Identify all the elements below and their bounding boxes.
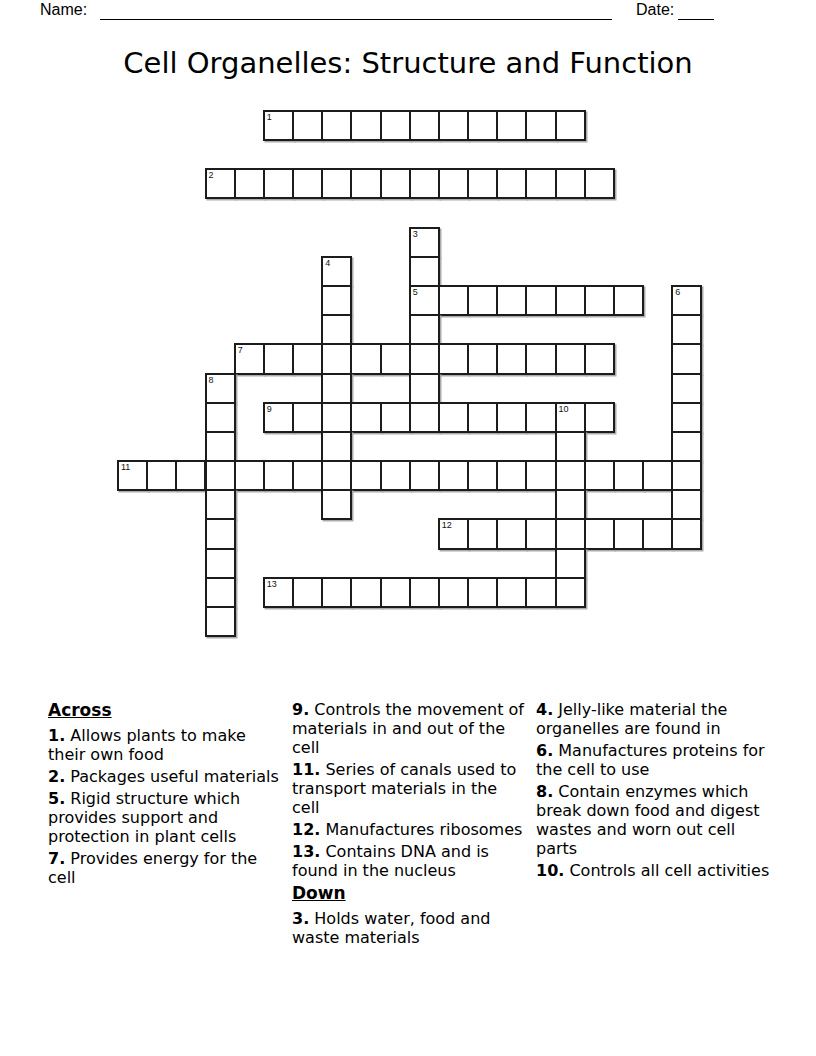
grid-cell[interactable]: [234, 168, 265, 199]
grid-cell[interactable]: [525, 460, 556, 491]
grid-cell[interactable]: [263, 168, 294, 199]
grid-cell[interactable]: [584, 518, 615, 549]
grid-cell[interactable]: [380, 577, 411, 608]
grid-cell[interactable]: [350, 110, 381, 141]
across-heading: Across: [48, 700, 285, 720]
down-clue-8: 8. Contain enzymes which break down food…: [536, 782, 773, 858]
grid-cell[interactable]: [555, 518, 586, 549]
grid-cell[interactable]: 10: [555, 402, 586, 433]
grid-cell[interactable]: [380, 402, 411, 433]
clue-number: 10: [559, 404, 569, 414]
clue-number: 6: [675, 287, 680, 297]
grid-cell[interactable]: [555, 285, 586, 316]
grid-cell[interactable]: [438, 343, 469, 374]
grid-cell[interactable]: 9: [263, 402, 294, 433]
grid-cell[interactable]: [467, 460, 498, 491]
grid-cell[interactable]: [438, 577, 469, 608]
grid-cell[interactable]: 13: [263, 577, 294, 608]
grid-cell[interactable]: [380, 343, 411, 374]
across-clue-7: 7. Provides energy for the cell: [48, 849, 285, 887]
grid-cell[interactable]: [292, 460, 323, 491]
grid-cell[interactable]: [496, 460, 527, 491]
grid-cell[interactable]: [467, 343, 498, 374]
grid-cell[interactable]: [175, 460, 206, 491]
grid-cell[interactable]: 4: [321, 256, 352, 287]
grid-cell[interactable]: [525, 518, 556, 549]
grid-cell[interactable]: [613, 285, 644, 316]
clue-number: 4: [325, 258, 330, 268]
name-label: Name:: [40, 1, 87, 19]
grid-cell[interactable]: [321, 402, 352, 433]
grid-cell[interactable]: [350, 343, 381, 374]
grid-cell[interactable]: [321, 110, 352, 141]
grid-cell[interactable]: [467, 168, 498, 199]
grid-cell[interactable]: 6: [671, 285, 702, 316]
grid-cell[interactable]: [380, 110, 411, 141]
grid-cell[interactable]: [671, 373, 702, 404]
grid-cell[interactable]: [409, 577, 440, 608]
grid-cell[interactable]: [438, 402, 469, 433]
grid-cell[interactable]: 8: [205, 373, 236, 404]
grid-cell[interactable]: [525, 402, 556, 433]
grid-cell[interactable]: [146, 460, 177, 491]
grid-cell[interactable]: [613, 518, 644, 549]
grid-cell[interactable]: [671, 518, 702, 549]
grid-cell[interactable]: [584, 285, 615, 316]
grid-cell[interactable]: [671, 402, 702, 433]
grid-cell[interactable]: [467, 110, 498, 141]
grid-cell[interactable]: [409, 343, 440, 374]
across-clue-11: 11. Series of canals used to transport m…: [292, 760, 529, 817]
grid-cell[interactable]: 3: [409, 227, 440, 258]
grid-cell[interactable]: [584, 402, 615, 433]
grid-cell[interactable]: [205, 489, 236, 520]
grid-cell[interactable]: [555, 431, 586, 462]
grid-cell[interactable]: [671, 460, 702, 491]
grid-cell[interactable]: [496, 577, 527, 608]
clue-number: 11: [121, 462, 130, 472]
across-clue-12: 12. Manufactures ribosomes: [292, 820, 529, 839]
grid-cell[interactable]: [496, 402, 527, 433]
grid-cell[interactable]: [380, 168, 411, 199]
clue-number: 1: [267, 112, 272, 122]
grid-cell[interactable]: [584, 343, 615, 374]
clue-number: 3: [413, 229, 418, 239]
grid-cell[interactable]: [409, 110, 440, 141]
grid-cell[interactable]: [613, 460, 644, 491]
grid-cell[interactable]: 11: [117, 460, 148, 491]
grid-cell[interactable]: [321, 431, 352, 462]
clue-number: 9: [267, 404, 272, 414]
worksheet-page: Name: Date: Cell Organelles: Structure a…: [0, 0, 816, 1056]
date-blank-line[interactable]: [678, 1, 714, 20]
grid-cell[interactable]: [525, 110, 556, 141]
clue-number: 8: [209, 375, 214, 385]
grid-cell[interactable]: [467, 285, 498, 316]
grid-cell[interactable]: [292, 168, 323, 199]
grid-cell[interactable]: [321, 373, 352, 404]
grid-cell[interactable]: [205, 548, 236, 579]
grid-cell[interactable]: [234, 460, 265, 491]
date-label: Date:: [636, 1, 674, 19]
grid-cell[interactable]: [438, 460, 469, 491]
grid-cell[interactable]: [321, 343, 352, 374]
grid-cell[interactable]: [292, 577, 323, 608]
grid-cell[interactable]: [584, 168, 615, 199]
grid-cell[interactable]: [467, 518, 498, 549]
grid-cell[interactable]: 12: [438, 518, 469, 549]
grid-cell[interactable]: [350, 460, 381, 491]
grid-cell[interactable]: [263, 460, 294, 491]
across-clue-1: 1. Allows plants to make their own food: [48, 726, 285, 764]
grid-cell[interactable]: [496, 285, 527, 316]
clue-number: 2: [209, 170, 214, 180]
name-blank-line[interactable]: [100, 1, 612, 20]
grid-cell[interactable]: [321, 314, 352, 345]
grid-cell[interactable]: [409, 314, 440, 345]
grid-cell[interactable]: [409, 460, 440, 491]
grid-cell[interactable]: [671, 489, 702, 520]
grid-cell[interactable]: [584, 460, 615, 491]
down-clue-10: 10. Controls all cell activities: [536, 861, 773, 880]
grid-cell[interactable]: [671, 314, 702, 345]
across-clue-5: 5. Rigid structure which provides suppor…: [48, 789, 285, 846]
grid-cell[interactable]: [409, 168, 440, 199]
grid-cell[interactable]: [438, 168, 469, 199]
clue-number: 5: [413, 287, 418, 297]
grid-cell[interactable]: [321, 168, 352, 199]
grid-cell[interactable]: [292, 402, 323, 433]
grid-cell[interactable]: [263, 343, 294, 374]
grid-cell[interactable]: [380, 460, 411, 491]
clues-section: Across1. Allows plants to make their own…: [48, 700, 774, 950]
down-clue-3: 3. Holds water, food and waste materials: [292, 909, 529, 947]
grid-cell[interactable]: 2: [205, 168, 236, 199]
grid-cell[interactable]: [438, 110, 469, 141]
clue-number: 13: [267, 579, 277, 589]
clue-column: 4. Jelly-like material the organelles ar…: [536, 700, 773, 950]
grid-cell[interactable]: 7: [234, 343, 265, 374]
grid-cell[interactable]: [525, 343, 556, 374]
grid-cell[interactable]: 1: [263, 110, 294, 141]
grid-cell[interactable]: [671, 431, 702, 462]
grid-cell[interactable]: [555, 168, 586, 199]
grid-cell[interactable]: [671, 343, 702, 374]
grid-cell[interactable]: [525, 168, 556, 199]
grid-cell[interactable]: [321, 285, 352, 316]
page-title: Cell Organelles: Structure and Function: [0, 47, 816, 80]
grid-cell[interactable]: [525, 285, 556, 316]
grid-cell[interactable]: [350, 168, 381, 199]
grid-cell[interactable]: 5: [409, 285, 440, 316]
down-clue-6: 6. Manufactures proteins for the cell to…: [536, 741, 773, 779]
grid-cell[interactable]: [496, 110, 527, 141]
clue-number: 12: [442, 520, 452, 530]
grid-cell[interactable]: [205, 460, 236, 491]
grid-cell[interactable]: [467, 402, 498, 433]
grid-cell[interactable]: [555, 460, 586, 491]
grid-cell[interactable]: [292, 110, 323, 141]
grid-cell[interactable]: [555, 343, 586, 374]
grid-cell[interactable]: [321, 489, 352, 520]
grid-cell[interactable]: [496, 343, 527, 374]
grid-cell[interactable]: [555, 489, 586, 520]
grid-cell[interactable]: [642, 518, 673, 549]
grid-cell[interactable]: [525, 577, 556, 608]
grid-cell[interactable]: [496, 168, 527, 199]
down-heading: Down: [292, 883, 529, 903]
grid-cell[interactable]: [205, 518, 236, 549]
grid-cell[interactable]: [292, 343, 323, 374]
grid-cell[interactable]: [409, 402, 440, 433]
grid-cell[interactable]: [467, 577, 498, 608]
grid-cell[interactable]: [350, 577, 381, 608]
across-clue-13: 13. Contains DNA and is found in the nuc…: [292, 842, 529, 880]
clue-column: 9. Controls the movement of materials in…: [292, 700, 529, 950]
clue-number: 7: [238, 345, 243, 355]
grid-cell[interactable]: [409, 256, 440, 287]
across-clue-2: 2. Packages useful materials: [48, 767, 285, 786]
grid-cell[interactable]: [555, 110, 586, 141]
grid-cell[interactable]: [205, 577, 236, 608]
grid-cell[interactable]: [350, 402, 381, 433]
clue-column: Across1. Allows plants to make their own…: [48, 700, 285, 950]
grid-cell[interactable]: [205, 402, 236, 433]
grid-cell[interactable]: [555, 577, 586, 608]
grid-cell[interactable]: [555, 548, 586, 579]
grid-cell[interactable]: [321, 577, 352, 608]
crossword-grid: 12345678910111213: [117, 110, 703, 638]
grid-cell[interactable]: [321, 460, 352, 491]
grid-cell[interactable]: [642, 460, 673, 491]
grid-cell[interactable]: [496, 518, 527, 549]
grid-cell[interactable]: [205, 606, 236, 637]
across-clue-9: 9. Controls the movement of materials in…: [292, 700, 529, 757]
grid-cell[interactable]: [438, 285, 469, 316]
grid-cell[interactable]: [205, 431, 236, 462]
down-clue-4: 4. Jelly-like material the organelles ar…: [536, 700, 773, 738]
grid-cell[interactable]: [409, 373, 440, 404]
